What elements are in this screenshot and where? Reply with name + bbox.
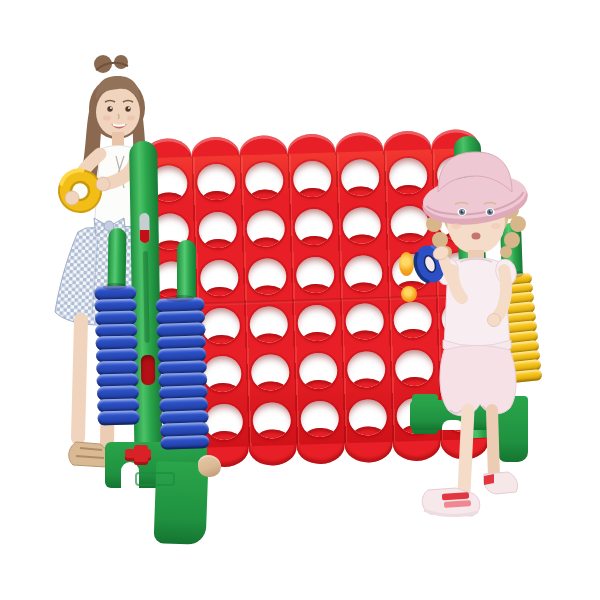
toddler-bloomers: [440, 346, 516, 416]
board-cell-r4c4: [292, 298, 341, 347]
board-cell-r5c4: [294, 346, 343, 395]
board-cell-r1c3: [240, 156, 289, 205]
toddler-right: [398, 148, 558, 528]
board-cell-r1c5: [335, 153, 384, 202]
board-cell-r1c2: [192, 157, 241, 206]
board-hole: [252, 402, 291, 439]
board-cell-r2c2: [193, 205, 242, 254]
girl-left-hand: [96, 177, 110, 191]
board-cell-r6c5: [343, 393, 392, 442]
girl-sandal: [69, 442, 109, 467]
board-hole: [296, 256, 335, 293]
toddler-left-hand: [488, 314, 501, 327]
board-hole: [200, 259, 239, 296]
board-cell-r2c4: [289, 202, 338, 251]
board-cell-r1c4: [287, 154, 336, 203]
board-hole: [249, 306, 288, 343]
post-groove: [143, 251, 150, 343]
board-hole: [198, 211, 237, 248]
board-hole: [300, 400, 339, 437]
blue-ring-stack-right: [155, 298, 209, 450]
brand-emboss-plate: [135, 472, 175, 486]
product-photo-stage: [0, 0, 600, 600]
board-hole: [297, 304, 336, 341]
board-hole: [248, 258, 287, 295]
post-slot-window: [139, 213, 150, 243]
board-hole: [347, 351, 386, 388]
board-hole: [293, 160, 332, 197]
board-scallop: [249, 445, 298, 466]
board-scallop: [345, 442, 394, 463]
blue-ring: [160, 435, 209, 450]
board-hole: [203, 355, 242, 392]
toddler-front-shoe: [422, 488, 480, 516]
board-hole: [344, 255, 383, 292]
board-cell-r3c3: [243, 252, 292, 301]
toddler-front-leg: [464, 410, 468, 492]
board-cell-r3c4: [291, 250, 340, 299]
blue-ring-stack-left: [94, 286, 140, 425]
board-scallop: [297, 443, 346, 464]
board-hole: [345, 303, 384, 340]
girl-right-hand: [65, 191, 79, 205]
release-slider-red: [125, 445, 157, 465]
girl-right-sandal-toe: [198, 455, 221, 477]
board-hole: [246, 210, 285, 247]
board-hole: [299, 352, 338, 389]
board-hole: [348, 399, 387, 436]
board-hole: [294, 208, 333, 245]
toddler-back-shoe: [484, 472, 518, 494]
board-cell-r4c3: [244, 300, 293, 349]
board-cell-r6c3: [247, 396, 296, 445]
board-hole: [251, 354, 290, 391]
board-cell-r3c5: [338, 249, 387, 298]
girl-face: [96, 87, 140, 137]
blue-ring: [97, 410, 139, 425]
board-cell-r2c3: [241, 204, 290, 253]
board-hole: [341, 159, 380, 196]
toddler-back-leg: [492, 410, 494, 478]
board-hole: [204, 403, 243, 440]
board-cell-r5c3: [246, 348, 295, 397]
board-cell-r6c4: [295, 394, 344, 443]
board-hole: [245, 162, 284, 199]
girl-left-leg: [78, 320, 81, 438]
board-hole: [342, 207, 381, 244]
board-cell-r5c5: [341, 345, 390, 394]
post-slot-red-slider-window: [141, 355, 156, 385]
board-hole: [201, 307, 240, 344]
board-cell-r2c5: [337, 201, 386, 250]
board-cell-r4c5: [340, 297, 389, 346]
board-hole: [197, 163, 236, 200]
board-cell-r3c2: [195, 253, 244, 302]
